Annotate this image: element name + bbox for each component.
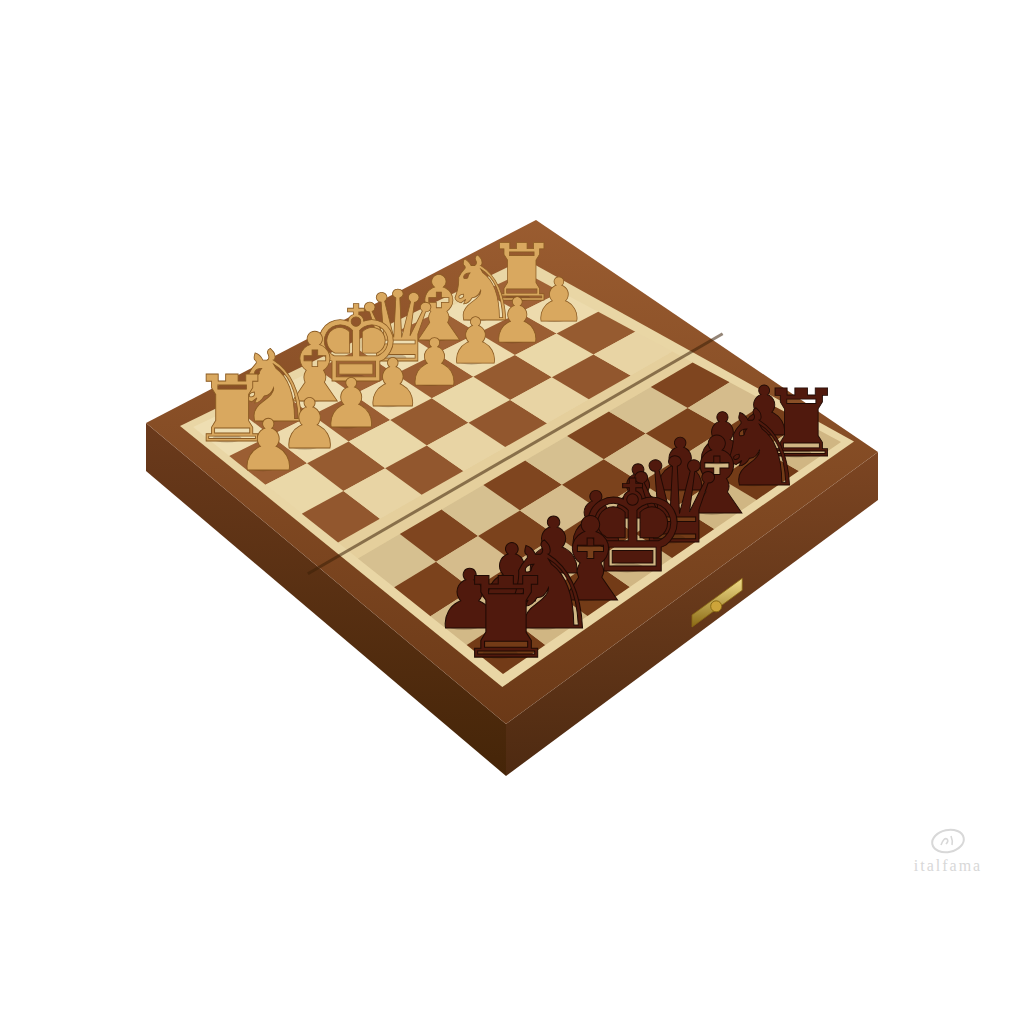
piece-shadow — [464, 314, 489, 322]
piece-shadow — [290, 441, 319, 450]
product-photo: ♜♞♟♝♟♛♟♚♟♝♟♞♟♟♜♟♜♟♟♞♟♝♟♛♟♚♟♝♟♞♟♜ italfam… — [0, 0, 1024, 1024]
watermark-logo-icon — [926, 826, 970, 858]
piece-shadow — [739, 477, 769, 486]
piece-shadow — [505, 294, 530, 301]
piece-shadow — [532, 565, 565, 575]
piece-shadow — [611, 563, 643, 573]
watermark: italfama — [896, 826, 1000, 873]
piece-shadow — [213, 434, 242, 443]
piece-shadow — [617, 510, 648, 519]
piece-shadow — [696, 506, 727, 515]
piece-shadow — [568, 591, 601, 601]
piece-shadow — [660, 483, 690, 492]
piece-shadow — [500, 336, 526, 344]
piece-shadow — [248, 462, 278, 471]
piece-shadow — [654, 534, 686, 543]
piece-shadow — [525, 620, 559, 630]
piece-shadow — [782, 449, 811, 458]
piece-shadow — [745, 428, 774, 437]
chess-set-scene: ♜♞♟♝♟♛♟♚♟♝♟♞♟♟♜♟♜♟♟♞♟♝♟♛♟♚♟♝♟♞♟♜ — [0, 0, 1024, 1024]
piece-shadow — [380, 354, 406, 362]
piece-shadow — [703, 456, 732, 465]
piece-shadow — [447, 620, 481, 630]
piece-shadow — [255, 414, 283, 422]
piece-shadow — [296, 394, 324, 402]
piece-shadow — [458, 357, 484, 365]
piece-shadow — [483, 648, 518, 658]
piece-shadow — [338, 374, 365, 382]
piece-shadow — [542, 314, 567, 322]
watermark-text: italfama — [896, 859, 1000, 873]
piece-shadow — [374, 399, 402, 407]
piece-shadow — [416, 378, 443, 386]
brass-latch-knob — [711, 601, 722, 612]
piece-shadow — [575, 538, 607, 548]
piece-shadow — [490, 592, 523, 602]
piece-shadow — [332, 420, 360, 428]
piece-shadow — [422, 334, 448, 342]
